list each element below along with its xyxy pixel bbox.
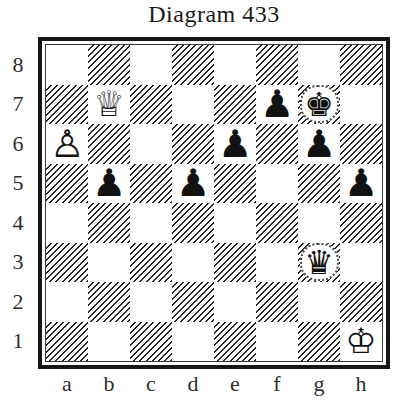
square-b1[interactable] (88, 322, 130, 362)
square-b3[interactable] (88, 243, 130, 283)
square-c1[interactable] (130, 322, 172, 362)
square-d5[interactable]: ♟ (172, 164, 214, 204)
black-king: ♚ (304, 88, 334, 121)
square-a6[interactable]: ♙ (46, 124, 88, 164)
square-e6[interactable]: ♟ (214, 124, 256, 164)
diagram-title: Diagram 433 (38, 1, 390, 28)
square-a5[interactable] (46, 164, 88, 204)
file-label-c: c (130, 371, 172, 397)
square-f7[interactable]: ♟ (256, 85, 298, 125)
square-f8[interactable] (256, 45, 298, 85)
square-f6[interactable] (256, 124, 298, 164)
square-g5[interactable] (298, 164, 340, 204)
square-h5[interactable]: ♟ (340, 164, 382, 204)
board-grid: ♕♟♚♙♟♟♟♟♟♛♔ (45, 44, 383, 362)
square-h1[interactable]: ♔ (340, 322, 382, 362)
square-e7[interactable] (214, 85, 256, 125)
file-labels: abcdefgh (46, 371, 382, 397)
square-a3[interactable] (46, 243, 88, 283)
page: { "game": "chess", "title": "Diagram 433… (0, 0, 400, 400)
rank-label-6: 6 (5, 124, 31, 164)
square-b5[interactable]: ♟ (88, 164, 130, 204)
square-h7[interactable] (340, 85, 382, 125)
square-f2[interactable] (256, 282, 298, 322)
square-h6[interactable] (340, 124, 382, 164)
square-g7[interactable]: ♚ (298, 85, 340, 125)
file-label-e: e (214, 371, 256, 397)
square-e3[interactable] (214, 243, 256, 283)
square-c4[interactable] (130, 203, 172, 243)
square-h4[interactable] (340, 203, 382, 243)
square-b6[interactable] (88, 124, 130, 164)
square-f4[interactable] (256, 203, 298, 243)
square-c6[interactable] (130, 124, 172, 164)
square-c3[interactable] (130, 243, 172, 283)
square-h3[interactable] (340, 243, 382, 283)
square-b4[interactable] (88, 203, 130, 243)
black-pawn: ♟ (260, 85, 294, 123)
file-label-d: d (172, 371, 214, 397)
square-b7[interactable]: ♕ (88, 85, 130, 125)
square-a8[interactable] (46, 45, 88, 85)
square-f5[interactable] (256, 164, 298, 204)
rank-label-4: 4 (5, 203, 31, 243)
black-pawn: ♟ (344, 164, 378, 202)
square-e8[interactable] (214, 45, 256, 85)
square-d2[interactable] (172, 282, 214, 322)
square-c8[interactable] (130, 45, 172, 85)
square-d8[interactable] (172, 45, 214, 85)
square-g3[interactable]: ♛ (298, 243, 340, 283)
piece-halo: ♛ (300, 243, 339, 281)
square-e1[interactable] (214, 322, 256, 362)
square-a7[interactable] (46, 85, 88, 125)
square-f3[interactable] (256, 243, 298, 283)
square-d3[interactable] (172, 243, 214, 283)
square-b2[interactable] (88, 282, 130, 322)
square-c2[interactable] (130, 282, 172, 322)
square-g8[interactable] (298, 45, 340, 85)
square-c7[interactable] (130, 85, 172, 125)
square-g6[interactable]: ♟ (298, 124, 340, 164)
square-d6[interactable] (172, 124, 214, 164)
rank-label-5: 5 (5, 164, 31, 204)
square-h2[interactable] (340, 282, 382, 322)
square-c5[interactable] (130, 164, 172, 204)
square-d1[interactable] (172, 322, 214, 362)
square-e4[interactable] (214, 203, 256, 243)
square-a1[interactable] (46, 322, 88, 362)
file-label-h: h (340, 371, 382, 397)
white-king: ♔ (345, 324, 376, 359)
square-b8[interactable] (88, 45, 130, 85)
white-queen: ♕ (93, 87, 124, 122)
square-a2[interactable] (46, 282, 88, 322)
square-f1[interactable] (256, 322, 298, 362)
rank-label-1: 1 (5, 322, 31, 362)
black-pawn: ♟ (302, 125, 336, 163)
square-d4[interactable] (172, 203, 214, 243)
square-g2[interactable] (298, 282, 340, 322)
chess-board: ♕♟♚♙♟♟♟♟♟♛♔ (38, 37, 390, 369)
black-pawn: ♟ (176, 164, 210, 202)
black-pawn: ♟ (92, 164, 126, 202)
file-label-b: b (88, 371, 130, 397)
square-e2[interactable] (214, 282, 256, 322)
square-d7[interactable] (172, 85, 214, 125)
file-label-a: a (46, 371, 88, 397)
square-h8[interactable] (340, 45, 382, 85)
square-e5[interactable] (214, 164, 256, 204)
rank-label-7: 7 (5, 85, 31, 125)
square-g1[interactable] (298, 322, 340, 362)
rank-label-3: 3 (5, 243, 31, 283)
square-a4[interactable] (46, 203, 88, 243)
black-queen: ♛ (304, 246, 334, 279)
piece-halo: ♚ (300, 85, 339, 123)
black-pawn: ♟ (218, 125, 252, 163)
rank-labels: 87654321 (5, 45, 31, 361)
file-label-g: g (298, 371, 340, 397)
square-g4[interactable] (298, 203, 340, 243)
white-pawn: ♙ (50, 125, 84, 163)
rank-label-8: 8 (5, 45, 31, 85)
rank-label-2: 2 (5, 282, 31, 322)
file-label-f: f (256, 371, 298, 397)
